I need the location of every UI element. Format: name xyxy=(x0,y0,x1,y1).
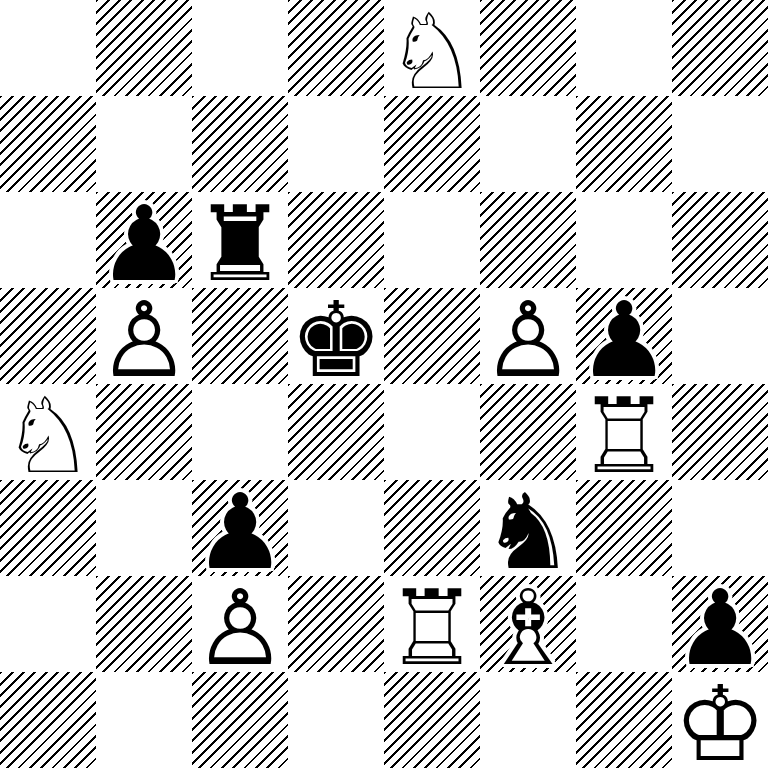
square-h5[interactable] xyxy=(672,288,768,384)
black-rook-c6[interactable]: ♜♜ xyxy=(192,192,288,288)
black-king-icon: ♚ xyxy=(289,288,382,392)
black-knight-f3[interactable]: ♞♞ xyxy=(480,480,576,576)
white-bishop-f2[interactable]: ♝♗ xyxy=(480,576,576,672)
square-g8[interactable] xyxy=(576,0,672,96)
square-h4[interactable] xyxy=(672,384,768,480)
square-c5[interactable] xyxy=(192,288,288,384)
square-b7[interactable] xyxy=(96,96,192,192)
white-pawn-icon: ♙ xyxy=(193,576,286,680)
square-a3[interactable] xyxy=(0,480,96,576)
black-pawn-c3[interactable]: ♟♟ xyxy=(192,480,288,576)
square-e6[interactable] xyxy=(384,192,480,288)
square-b4[interactable] xyxy=(96,384,192,480)
square-d6[interactable] xyxy=(288,192,384,288)
square-a6[interactable] xyxy=(0,192,96,288)
square-a7[interactable] xyxy=(0,96,96,192)
square-h3[interactable] xyxy=(672,480,768,576)
square-h1[interactable]: ♚♔ xyxy=(672,672,768,768)
white-knight-icon: ♘ xyxy=(1,384,94,488)
white-pawn-b5[interactable]: ♟♙ xyxy=(96,288,192,384)
square-f1[interactable] xyxy=(480,672,576,768)
square-e7[interactable] xyxy=(384,96,480,192)
white-rook-icon: ♖ xyxy=(385,576,478,680)
white-knight-icon: ♘ xyxy=(385,0,478,104)
square-b1[interactable] xyxy=(96,672,192,768)
square-c1[interactable] xyxy=(192,672,288,768)
square-b2[interactable] xyxy=(96,576,192,672)
chess-board: ♞♘♟♟♜♜♟♙♚♚♟♙♟♟♞♘♜♖♟♟♞♞♟♙♜♖♝♗♟♟♚♔ xyxy=(0,0,768,768)
square-g1[interactable] xyxy=(576,672,672,768)
black-rook-icon: ♜ xyxy=(193,192,286,296)
white-king-icon: ♔ xyxy=(673,672,766,768)
square-a4[interactable]: ♞♘ xyxy=(0,384,96,480)
white-king-h1[interactable]: ♚♔ xyxy=(672,672,768,768)
square-a5[interactable] xyxy=(0,288,96,384)
square-d4[interactable] xyxy=(288,384,384,480)
square-g3[interactable] xyxy=(576,480,672,576)
square-g2[interactable] xyxy=(576,576,672,672)
square-f5[interactable]: ♟♙ xyxy=(480,288,576,384)
square-f8[interactable] xyxy=(480,0,576,96)
square-c8[interactable] xyxy=(192,0,288,96)
black-pawn-h2[interactable]: ♟♟ xyxy=(672,576,768,672)
square-b5[interactable]: ♟♙ xyxy=(96,288,192,384)
square-e5[interactable] xyxy=(384,288,480,384)
white-pawn-f5[interactable]: ♟♙ xyxy=(480,288,576,384)
square-f6[interactable] xyxy=(480,192,576,288)
square-a8[interactable] xyxy=(0,0,96,96)
square-f2[interactable]: ♝♗ xyxy=(480,576,576,672)
white-rook-g4[interactable]: ♜♖ xyxy=(576,384,672,480)
square-d3[interactable] xyxy=(288,480,384,576)
square-d2[interactable] xyxy=(288,576,384,672)
square-e1[interactable] xyxy=(384,672,480,768)
white-pawn-c2[interactable]: ♟♙ xyxy=(192,576,288,672)
square-e4[interactable] xyxy=(384,384,480,480)
black-pawn-g5[interactable]: ♟♟ xyxy=(576,288,672,384)
square-h6[interactable] xyxy=(672,192,768,288)
square-c6[interactable]: ♜♜ xyxy=(192,192,288,288)
square-g6[interactable] xyxy=(576,192,672,288)
square-c7[interactable] xyxy=(192,96,288,192)
square-g7[interactable] xyxy=(576,96,672,192)
square-c2[interactable]: ♟♙ xyxy=(192,576,288,672)
square-b6[interactable]: ♟♟ xyxy=(96,192,192,288)
square-c3[interactable]: ♟♟ xyxy=(192,480,288,576)
square-b8[interactable] xyxy=(96,0,192,96)
square-e8[interactable]: ♞♘ xyxy=(384,0,480,96)
square-d8[interactable] xyxy=(288,0,384,96)
white-pawn-icon: ♙ xyxy=(481,288,574,392)
square-b3[interactable] xyxy=(96,480,192,576)
black-king-d5[interactable]: ♚♚ xyxy=(288,288,384,384)
black-pawn-b6[interactable]: ♟♟ xyxy=(96,192,192,288)
square-h7[interactable] xyxy=(672,96,768,192)
square-e3[interactable] xyxy=(384,480,480,576)
square-d1[interactable] xyxy=(288,672,384,768)
square-e2[interactable]: ♜♖ xyxy=(384,576,480,672)
square-g4[interactable]: ♜♖ xyxy=(576,384,672,480)
square-f4[interactable] xyxy=(480,384,576,480)
square-c4[interactable] xyxy=(192,384,288,480)
square-a1[interactable] xyxy=(0,672,96,768)
square-d7[interactable] xyxy=(288,96,384,192)
square-f7[interactable] xyxy=(480,96,576,192)
square-h2[interactable]: ♟♟ xyxy=(672,576,768,672)
square-g5[interactable]: ♟♟ xyxy=(576,288,672,384)
white-knight-a4[interactable]: ♞♘ xyxy=(0,384,96,480)
square-h8[interactable] xyxy=(672,0,768,96)
white-rook-icon: ♖ xyxy=(577,384,670,488)
white-pawn-icon: ♙ xyxy=(97,288,190,392)
square-d5[interactable]: ♚♚ xyxy=(288,288,384,384)
white-rook-e2[interactable]: ♜♖ xyxy=(384,576,480,672)
white-knight-e8[interactable]: ♞♘ xyxy=(384,0,480,96)
square-a2[interactable] xyxy=(0,576,96,672)
square-f3[interactable]: ♞♞ xyxy=(480,480,576,576)
white-bishop-icon: ♗ xyxy=(481,576,574,680)
